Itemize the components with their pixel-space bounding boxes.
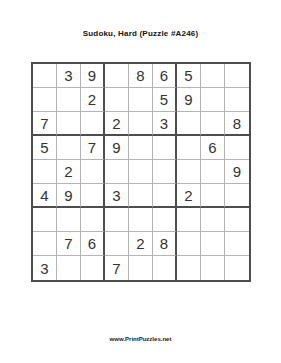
sudoku-cell: 9 xyxy=(81,64,105,88)
sudoku-cell xyxy=(129,88,153,112)
sudoku-cell xyxy=(81,184,105,208)
sudoku-cell: 5 xyxy=(177,64,201,88)
sudoku-cell: 7 xyxy=(105,256,129,280)
sudoku-cell xyxy=(225,184,249,208)
sudoku-cell xyxy=(57,256,81,280)
sudoku-cell xyxy=(57,208,81,232)
sudoku-cell xyxy=(201,112,225,136)
sudoku-cell xyxy=(177,112,201,136)
sudoku-cell xyxy=(201,232,225,256)
sudoku-cell xyxy=(105,232,129,256)
sudoku-cell xyxy=(105,208,129,232)
sudoku-cell xyxy=(177,136,201,160)
sudoku-cell xyxy=(81,208,105,232)
sudoku-cell xyxy=(177,160,201,184)
sudoku-cell xyxy=(201,208,225,232)
sudoku-cell xyxy=(129,256,153,280)
sudoku-cell xyxy=(153,256,177,280)
sudoku-cell xyxy=(177,208,201,232)
sudoku-cell: 6 xyxy=(201,136,225,160)
sudoku-cell: 9 xyxy=(105,136,129,160)
sudoku-cell xyxy=(57,136,81,160)
sudoku-cell: 6 xyxy=(81,232,105,256)
sudoku-cell xyxy=(153,160,177,184)
sudoku-cell xyxy=(225,88,249,112)
sudoku-cell xyxy=(177,256,201,280)
puzzle-title: Sudoku, Hard (Puzzle #A246) xyxy=(0,29,281,38)
sudoku-cell xyxy=(129,208,153,232)
sudoku-cell: 3 xyxy=(33,256,57,280)
sudoku-cell xyxy=(129,112,153,136)
sudoku-cell xyxy=(33,88,57,112)
sudoku-cell: 8 xyxy=(153,232,177,256)
sudoku-cell: 7 xyxy=(57,232,81,256)
sudoku-cell: 3 xyxy=(57,64,81,88)
printable-sudoku-page: Sudoku, Hard (Puzzle #A246) 398652597238… xyxy=(0,0,281,363)
sudoku-cell: 2 xyxy=(105,112,129,136)
sudoku-cell xyxy=(129,160,153,184)
sudoku-cell xyxy=(81,112,105,136)
sudoku-cell xyxy=(33,160,57,184)
sudoku-cell: 9 xyxy=(177,88,201,112)
sudoku-cell xyxy=(225,256,249,280)
sudoku-cell xyxy=(201,64,225,88)
sudoku-cell: 8 xyxy=(129,64,153,88)
sudoku-grid: 3986525972385796294932762837 xyxy=(31,62,251,282)
sudoku-cell xyxy=(201,256,225,280)
sudoku-cell xyxy=(201,88,225,112)
sudoku-cell xyxy=(225,208,249,232)
sudoku-cell xyxy=(129,184,153,208)
sudoku-cell xyxy=(225,232,249,256)
sudoku-cell xyxy=(81,256,105,280)
footer-url: www.PrintPuzzles.net xyxy=(0,336,281,342)
sudoku-cell xyxy=(177,232,201,256)
sudoku-cell xyxy=(105,88,129,112)
sudoku-cell: 2 xyxy=(177,184,201,208)
sudoku-cell: 3 xyxy=(153,112,177,136)
sudoku-cell xyxy=(153,208,177,232)
sudoku-cell xyxy=(153,136,177,160)
sudoku-cell: 5 xyxy=(33,136,57,160)
sudoku-cell xyxy=(129,136,153,160)
sudoku-cell: 5 xyxy=(153,88,177,112)
sudoku-cell: 7 xyxy=(33,112,57,136)
sudoku-cell xyxy=(33,64,57,88)
sudoku-cell xyxy=(57,112,81,136)
sudoku-cell xyxy=(57,88,81,112)
sudoku-cell xyxy=(201,184,225,208)
sudoku-cell: 3 xyxy=(105,184,129,208)
sudoku-cell xyxy=(225,64,249,88)
sudoku-cell xyxy=(105,160,129,184)
sudoku-cell: 8 xyxy=(225,112,249,136)
sudoku-cell: 6 xyxy=(153,64,177,88)
sudoku-cell xyxy=(153,184,177,208)
sudoku-cell xyxy=(81,160,105,184)
sudoku-cell xyxy=(33,232,57,256)
sudoku-cell: 2 xyxy=(57,160,81,184)
sudoku-cell: 2 xyxy=(129,232,153,256)
sudoku-cell: 4 xyxy=(33,184,57,208)
sudoku-cell: 9 xyxy=(225,160,249,184)
sudoku-cell xyxy=(33,208,57,232)
sudoku-cell xyxy=(201,160,225,184)
sudoku-cell xyxy=(225,136,249,160)
sudoku-cell: 7 xyxy=(81,136,105,160)
sudoku-cell: 9 xyxy=(57,184,81,208)
sudoku-cell xyxy=(105,64,129,88)
sudoku-cell: 2 xyxy=(81,88,105,112)
